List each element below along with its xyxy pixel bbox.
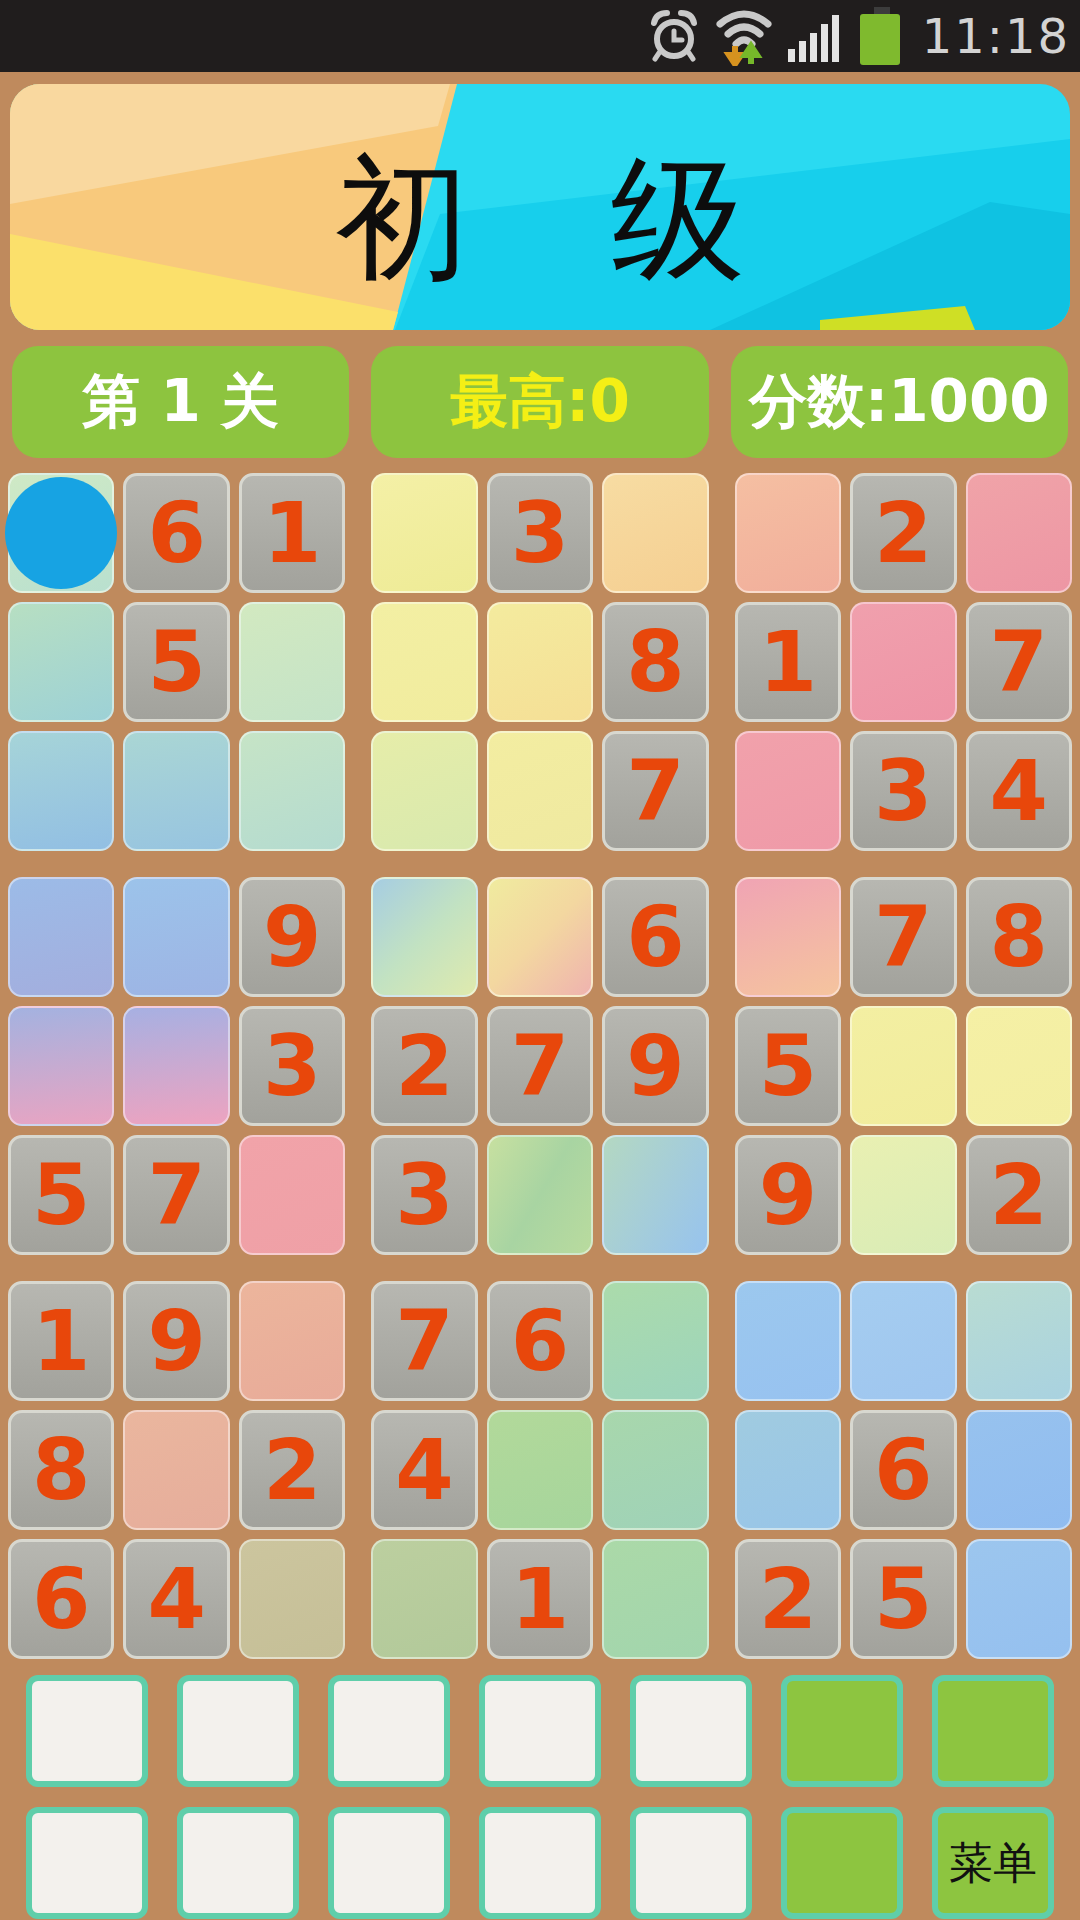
given-number: 4 [395, 1428, 453, 1512]
cell-r8c1[interactable]: 8 [8, 1410, 114, 1530]
given-number: 6 [511, 1299, 569, 1383]
cell-r3c2[interactable] [123, 731, 229, 851]
cell-r9c1[interactable]: 6 [8, 1539, 114, 1659]
keypad-button-2-3[interactable] [328, 1807, 450, 1919]
cell-r2c6[interactable]: 8 [602, 602, 708, 722]
given-number: 6 [32, 1557, 90, 1641]
cell-r9c8[interactable]: 5 [850, 1539, 956, 1659]
keypad-button-1-6[interactable] [781, 1675, 903, 1787]
cell-r7c2[interactable]: 9 [123, 1281, 229, 1401]
given-number: 5 [147, 620, 205, 704]
cell-r1c7[interactable] [735, 473, 841, 593]
cell-r3c3[interactable] [239, 731, 345, 851]
cell-r6c9[interactable]: 2 [966, 1135, 1072, 1255]
cell-r3c9[interactable]: 4 [966, 731, 1072, 851]
cell-r8c6[interactable] [602, 1410, 708, 1530]
selected-cell-marker [5, 477, 117, 589]
given-number: 7 [990, 620, 1048, 704]
cell-r7c6[interactable] [602, 1281, 708, 1401]
given-number: 8 [626, 620, 684, 704]
given-number: 2 [759, 1557, 817, 1641]
keypad-button-2-4[interactable] [479, 1807, 601, 1919]
cell-r3c4[interactable] [371, 731, 477, 851]
cell-r2c4[interactable] [371, 602, 477, 722]
cell-r6c4[interactable]: 3 [371, 1135, 477, 1255]
cell-r8c3[interactable]: 2 [239, 1410, 345, 1530]
cell-r1c9[interactable] [966, 473, 1072, 593]
cell-r4c3[interactable]: 9 [239, 877, 345, 997]
cell-r2c5[interactable] [487, 602, 593, 722]
cell-r8c2[interactable] [123, 1410, 229, 1530]
cell-r3c8[interactable]: 3 [850, 731, 956, 851]
given-number: 2 [395, 1024, 453, 1108]
cell-r1c8[interactable]: 2 [850, 473, 956, 593]
given-number: 7 [511, 1024, 569, 1108]
keypad-button-2-2[interactable] [177, 1807, 299, 1919]
level-indicator: 第 1 关 [12, 346, 349, 458]
cell-r7c3[interactable] [239, 1281, 345, 1401]
given-number: 9 [147, 1299, 205, 1383]
keypad-button-1-1[interactable] [26, 1675, 148, 1787]
keypad-row-2: 菜单 [0, 1807, 1080, 1919]
cell-r7c4[interactable]: 7 [371, 1281, 477, 1401]
cell-r9c5[interactable]: 1 [487, 1539, 593, 1659]
given-number: 9 [626, 1024, 684, 1108]
given-number: 3 [511, 491, 569, 575]
alarm-icon [648, 9, 700, 63]
cell-r6c7[interactable]: 9 [735, 1135, 841, 1255]
cell-r7c8[interactable] [850, 1281, 956, 1401]
cell-r5c6[interactable]: 9 [602, 1006, 708, 1126]
cell-r4c8[interactable]: 7 [850, 877, 956, 997]
cell-r1c4[interactable] [371, 473, 477, 593]
given-number: 8 [32, 1428, 90, 1512]
status-bar: 11:18 [0, 0, 1080, 72]
given-number: 1 [511, 1557, 569, 1641]
given-number: 1 [263, 491, 321, 575]
cell-r5c1[interactable] [8, 1006, 114, 1126]
cell-r7c7[interactable] [735, 1281, 841, 1401]
cell-r4c1[interactable] [8, 877, 114, 997]
cell-r9c3[interactable] [239, 1539, 345, 1659]
given-number: 2 [874, 491, 932, 575]
cell-r3c5[interactable] [487, 731, 593, 851]
cell-r5c5[interactable]: 7 [487, 1006, 593, 1126]
keypad-button-1-5[interactable] [630, 1675, 752, 1787]
given-number: 7 [395, 1299, 453, 1383]
cell-r2c7[interactable]: 1 [735, 602, 841, 722]
cell-r1c6[interactable] [602, 473, 708, 593]
given-number: 1 [759, 620, 817, 704]
given-number: 8 [990, 895, 1048, 979]
keypad-button-2-1[interactable] [26, 1807, 148, 1919]
given-number: 5 [32, 1153, 90, 1237]
cell-r4c9[interactable]: 8 [966, 877, 1072, 997]
given-number: 2 [263, 1428, 321, 1512]
cell-r4c7[interactable] [735, 877, 841, 997]
given-number: 3 [263, 1024, 321, 1108]
cell-r8c4[interactable]: 4 [371, 1410, 477, 1530]
given-number: 4 [147, 1557, 205, 1641]
cell-r4c6[interactable]: 6 [602, 877, 708, 997]
cell-r6c6[interactable] [602, 1135, 708, 1255]
cell-r9c7[interactable]: 2 [735, 1539, 841, 1659]
given-number: 3 [395, 1153, 453, 1237]
cell-r1c5[interactable]: 3 [487, 473, 593, 593]
cell-r4c4[interactable] [371, 877, 477, 997]
keypad-button-1-3[interactable] [328, 1675, 450, 1787]
cell-r6c8[interactable] [850, 1135, 956, 1255]
info-bar: 第 1 关 最高:0 分数:1000 [12, 346, 1068, 458]
keypad-button-1-2[interactable] [177, 1675, 299, 1787]
given-number: 6 [626, 895, 684, 979]
cell-r5c3[interactable]: 3 [239, 1006, 345, 1126]
cell-r2c8[interactable] [850, 602, 956, 722]
cell-r1c3[interactable]: 1 [239, 473, 345, 593]
cell-r2c1[interactable] [8, 602, 114, 722]
cell-r7c9[interactable] [966, 1281, 1072, 1401]
cell-r6c1[interactable]: 5 [8, 1135, 114, 1255]
cell-r3c6[interactable]: 7 [602, 731, 708, 851]
cell-r8c9[interactable] [966, 1410, 1072, 1530]
cell-r9c6[interactable] [602, 1539, 708, 1659]
cell-r6c5[interactable] [487, 1135, 593, 1255]
cell-r9c2[interactable]: 4 [123, 1539, 229, 1659]
given-number: 7 [147, 1153, 205, 1237]
score-indicator: 分数:1000 [731, 346, 1068, 458]
cell-r2c2[interactable]: 5 [123, 602, 229, 722]
cell-r8c7[interactable] [735, 1410, 841, 1530]
cell-r6c2[interactable]: 7 [123, 1135, 229, 1255]
keypad-button-1-7[interactable] [932, 1675, 1054, 1787]
given-number: 2 [990, 1153, 1048, 1237]
level-banner: 初 级 [10, 84, 1070, 330]
cell-r5c9[interactable] [966, 1006, 1072, 1126]
signal-strength-icon [788, 9, 844, 63]
cell-r1c1[interactable] [8, 473, 114, 593]
given-number: 5 [759, 1024, 817, 1108]
keypad-row-1 [0, 1675, 1080, 1787]
cell-r7c5[interactable]: 6 [487, 1281, 593, 1401]
cell-r6c3[interactable] [239, 1135, 345, 1255]
given-number: 7 [874, 895, 932, 979]
cell-r8c8[interactable]: 6 [850, 1410, 956, 1530]
given-number: 3 [874, 749, 932, 833]
given-number: 1 [32, 1299, 90, 1383]
cell-r4c5[interactable] [487, 877, 593, 997]
clock: 11:18 [922, 8, 1070, 64]
cell-r4c2[interactable] [123, 877, 229, 997]
keypad-button-1-4[interactable] [479, 1675, 601, 1787]
cell-r2c9[interactable]: 7 [966, 602, 1072, 722]
given-number: 4 [990, 749, 1048, 833]
menu-button[interactable]: 菜单 [932, 1807, 1054, 1919]
battery-icon [858, 7, 902, 65]
given-number: 9 [263, 895, 321, 979]
cell-r3c1[interactable] [8, 731, 114, 851]
cell-r9c9[interactable] [966, 1539, 1072, 1659]
sudoku-board: 61325817734967832795573921976824664125 [8, 473, 1072, 1659]
cell-r7c1[interactable]: 1 [8, 1281, 114, 1401]
cell-r5c8[interactable] [850, 1006, 956, 1126]
given-number: 5 [874, 1557, 932, 1641]
given-number: 9 [759, 1153, 817, 1237]
wifi-sync-icon [714, 6, 774, 66]
cell-r3c7[interactable] [735, 731, 841, 851]
cell-r5c2[interactable] [123, 1006, 229, 1126]
cell-r5c4[interactable]: 2 [371, 1006, 477, 1126]
title-char-left: 初 [335, 130, 469, 311]
page-title: 初 级 [10, 84, 1070, 330]
cell-r5c7[interactable]: 5 [735, 1006, 841, 1126]
given-number: 7 [626, 749, 684, 833]
keypad-button-2-6[interactable] [781, 1807, 903, 1919]
cell-r1c2[interactable]: 6 [123, 473, 229, 593]
title-char-right: 级 [611, 130, 745, 311]
given-number: 6 [874, 1428, 932, 1512]
given-number: 6 [147, 491, 205, 575]
keypad-button-2-5[interactable] [630, 1807, 752, 1919]
cell-r9c4[interactable] [371, 1539, 477, 1659]
best-score-indicator: 最高:0 [371, 346, 708, 458]
cell-r2c3[interactable] [239, 602, 345, 722]
cell-r8c5[interactable] [487, 1410, 593, 1530]
